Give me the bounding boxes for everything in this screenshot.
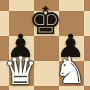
square-r0-c4[interactable] <box>84 0 90 11</box>
square-r1-c4[interactable] <box>84 11 90 36</box>
white-queen-piece[interactable]: ♛ <box>3 52 37 90</box>
square-r3-c1[interactable]: ♛ <box>9 61 34 86</box>
square-r0-c0[interactable] <box>0 0 9 11</box>
square-r3-c3[interactable]: ♞ <box>59 61 84 86</box>
board-viewport: ♚♟♟♛♞ <box>0 0 90 90</box>
square-r0-c3[interactable] <box>59 0 84 11</box>
chess-board[interactable]: ♚♟♟♛♞ <box>0 0 90 90</box>
white-knight-piece[interactable]: ♞ <box>54 53 86 89</box>
